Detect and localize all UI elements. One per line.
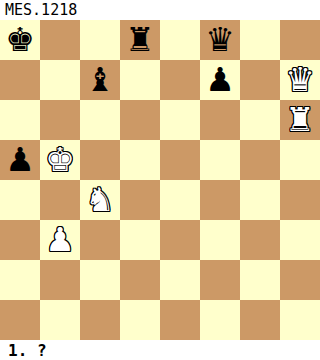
square-c1[interactable] [80, 300, 120, 340]
square-e7[interactable] [160, 60, 200, 100]
piece-white-knight: ♞ [85, 180, 115, 220]
square-g4[interactable] [240, 180, 280, 220]
square-c3[interactable] [80, 220, 120, 260]
square-c7[interactable]: ♝ [80, 60, 120, 100]
square-b7[interactable] [40, 60, 80, 100]
square-d3[interactable] [120, 220, 160, 260]
piece-black-pawn: ♟ [205, 60, 235, 100]
square-h6[interactable]: ♜ [280, 100, 320, 140]
square-b8[interactable] [40, 20, 80, 60]
square-c6[interactable] [80, 100, 120, 140]
square-f7[interactable]: ♟ [200, 60, 240, 100]
square-f2[interactable] [200, 260, 240, 300]
piece-black-pawn: ♟ [5, 140, 35, 180]
square-b1[interactable] [40, 300, 80, 340]
square-d1[interactable] [120, 300, 160, 340]
square-a5[interactable]: ♟ [0, 140, 40, 180]
square-c4[interactable]: ♞ [80, 180, 120, 220]
chess-puzzle-app: MES.1218 ♚♜♛♝♟♛♜♟♚♞♟ 1. ? [0, 0, 320, 360]
square-f6[interactable] [200, 100, 240, 140]
square-b5[interactable]: ♚ [40, 140, 80, 180]
square-b6[interactable] [40, 100, 80, 140]
square-f8[interactable]: ♛ [200, 20, 240, 60]
chess-board: ♚♜♛♝♟♛♜♟♚♞♟ [0, 20, 320, 340]
square-d8[interactable]: ♜ [120, 20, 160, 60]
piece-white-queen: ♛ [285, 60, 315, 100]
square-h4[interactable] [280, 180, 320, 220]
square-g6[interactable] [240, 100, 280, 140]
square-e1[interactable] [160, 300, 200, 340]
square-f5[interactable] [200, 140, 240, 180]
square-e6[interactable] [160, 100, 200, 140]
square-h8[interactable] [280, 20, 320, 60]
square-h3[interactable] [280, 220, 320, 260]
square-f3[interactable] [200, 220, 240, 260]
square-e2[interactable] [160, 260, 200, 300]
puzzle-id: MES.1218 [0, 0, 320, 20]
piece-black-bishop: ♝ [85, 60, 115, 100]
square-h1[interactable] [280, 300, 320, 340]
square-d7[interactable] [120, 60, 160, 100]
piece-white-pawn: ♟ [45, 220, 75, 260]
piece-black-king: ♚ [5, 20, 35, 60]
square-b3[interactable]: ♟ [40, 220, 80, 260]
square-c2[interactable] [80, 260, 120, 300]
square-e4[interactable] [160, 180, 200, 220]
square-b2[interactable] [40, 260, 80, 300]
square-g1[interactable] [240, 300, 280, 340]
square-a4[interactable] [0, 180, 40, 220]
square-b4[interactable] [40, 180, 80, 220]
piece-black-rook: ♜ [125, 20, 155, 60]
square-c5[interactable] [80, 140, 120, 180]
square-a7[interactable] [0, 60, 40, 100]
square-g5[interactable] [240, 140, 280, 180]
square-h7[interactable]: ♛ [280, 60, 320, 100]
square-g2[interactable] [240, 260, 280, 300]
square-d5[interactable] [120, 140, 160, 180]
square-d6[interactable] [120, 100, 160, 140]
square-a1[interactable] [0, 300, 40, 340]
square-g8[interactable] [240, 20, 280, 60]
square-a2[interactable] [0, 260, 40, 300]
square-d4[interactable] [120, 180, 160, 220]
piece-white-king: ♚ [45, 140, 75, 180]
piece-black-queen: ♛ [205, 20, 235, 60]
piece-white-rook: ♜ [285, 100, 315, 140]
square-a6[interactable] [0, 100, 40, 140]
move-prompt: 1. ? [0, 340, 320, 360]
square-e3[interactable] [160, 220, 200, 260]
square-a3[interactable] [0, 220, 40, 260]
square-f1[interactable] [200, 300, 240, 340]
square-c8[interactable] [80, 20, 120, 60]
square-h2[interactable] [280, 260, 320, 300]
square-g7[interactable] [240, 60, 280, 100]
square-h5[interactable] [280, 140, 320, 180]
square-f4[interactable] [200, 180, 240, 220]
square-e8[interactable] [160, 20, 200, 60]
square-g3[interactable] [240, 220, 280, 260]
square-d2[interactable] [120, 260, 160, 300]
square-a8[interactable]: ♚ [0, 20, 40, 60]
square-e5[interactable] [160, 140, 200, 180]
